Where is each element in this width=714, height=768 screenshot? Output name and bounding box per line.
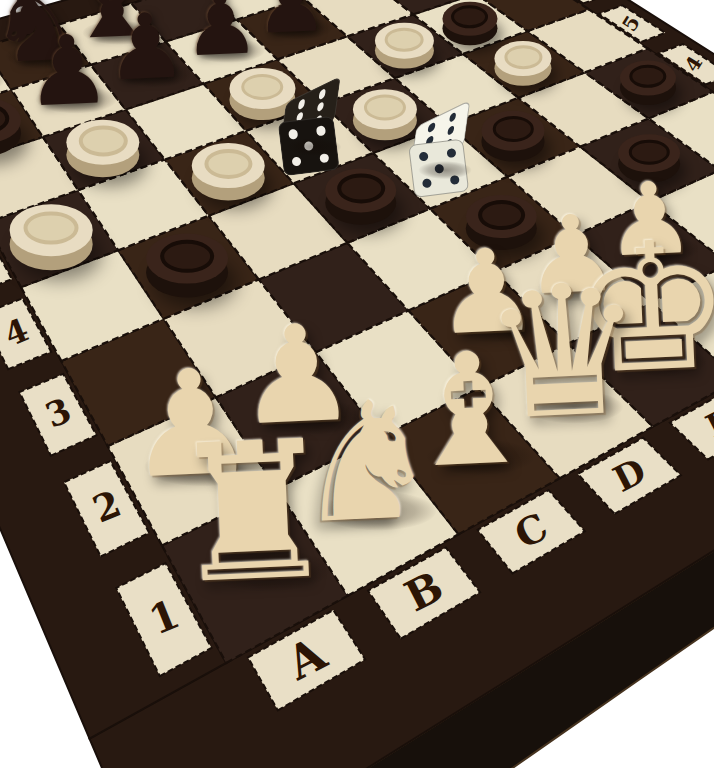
chessboard: ABCDEF123456783456 [0, 0, 714, 768]
board-photo-stage: ABCDEF123456783456 ♜♞♝♟♟♟♟♟♟♟♟♟♜♞♝♛♚ [0, 0, 714, 768]
